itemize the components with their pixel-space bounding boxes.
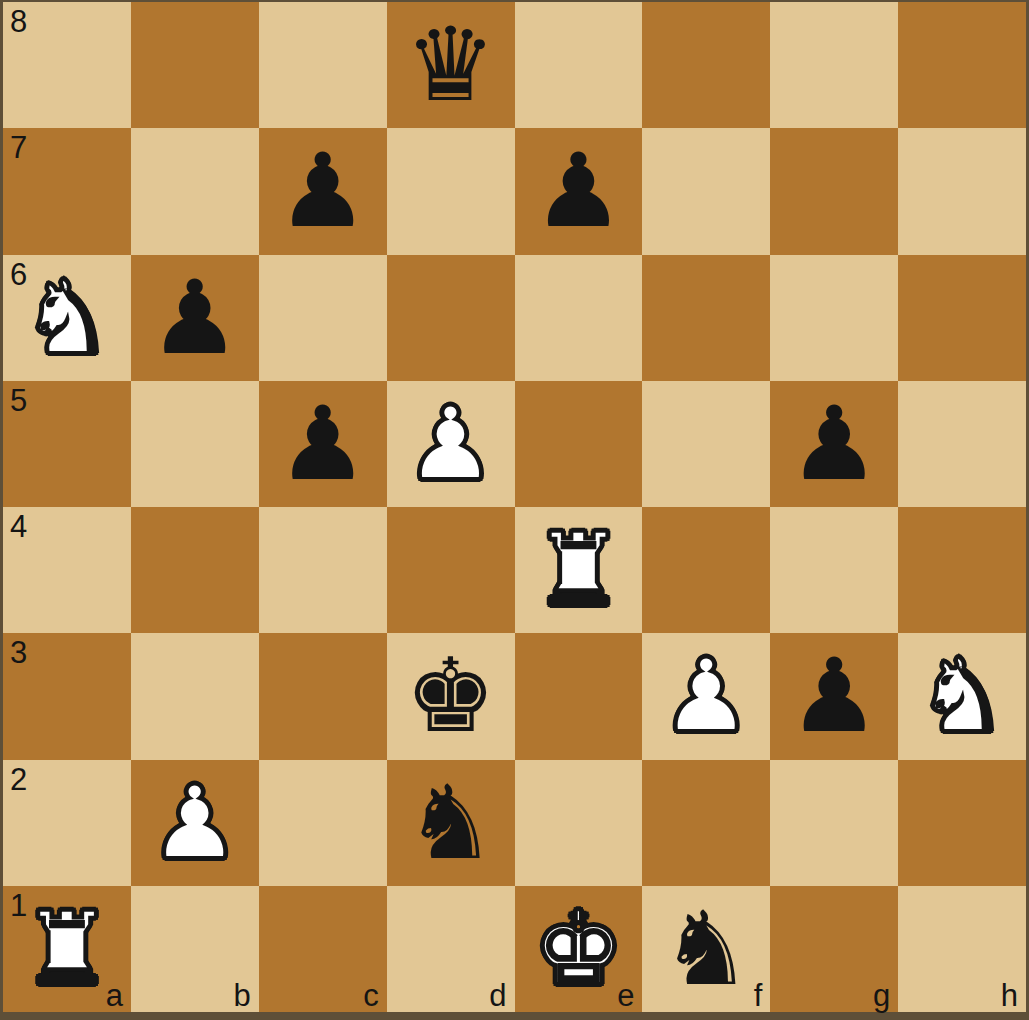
square-c1[interactable]: c — [259, 886, 387, 1012]
square-d7[interactable] — [387, 128, 515, 254]
square-d1[interactable]: d — [387, 886, 515, 1012]
chess-board: 8♛7♟♟6♞♟5♟♟♟4♜3♚♟♟♞2♟♞1a♜bcde♚f♞gh — [3, 2, 1026, 1012]
square-f3[interactable]: ♟ — [642, 633, 770, 759]
black-queen[interactable]: ♛ — [405, 14, 496, 116]
white-knight[interactable]: ♞ — [21, 267, 112, 369]
black-pawn[interactable]: ♟ — [277, 393, 368, 495]
square-g8[interactable] — [770, 2, 898, 128]
square-a2[interactable]: 2 — [3, 760, 131, 886]
rank-label-8: 8 — [10, 4, 27, 40]
square-b2[interactable]: ♟ — [131, 760, 259, 886]
square-c8[interactable] — [259, 2, 387, 128]
square-b8[interactable] — [131, 2, 259, 128]
square-f7[interactable] — [642, 128, 770, 254]
black-knight[interactable]: ♞ — [405, 772, 496, 874]
square-c7[interactable]: ♟ — [259, 128, 387, 254]
file-label-d: d — [489, 978, 506, 1014]
white-knight[interactable]: ♞ — [916, 645, 1007, 747]
square-c2[interactable] — [259, 760, 387, 886]
square-d2[interactable]: ♞ — [387, 760, 515, 886]
square-h5[interactable] — [898, 381, 1026, 507]
white-king[interactable]: ♚ — [533, 898, 624, 1000]
square-f8[interactable] — [642, 2, 770, 128]
file-label-h: h — [1001, 978, 1018, 1014]
square-g5[interactable]: ♟ — [770, 381, 898, 507]
black-pawn[interactable]: ♟ — [277, 140, 368, 242]
square-a1[interactable]: 1a♜ — [3, 886, 131, 1012]
file-label-b: b — [234, 978, 251, 1014]
square-g3[interactable]: ♟ — [770, 633, 898, 759]
black-pawn[interactable]: ♟ — [788, 645, 879, 747]
square-g2[interactable] — [770, 760, 898, 886]
square-g6[interactable] — [770, 255, 898, 381]
square-e2[interactable] — [515, 760, 643, 886]
square-e3[interactable] — [515, 633, 643, 759]
square-a5[interactable]: 5 — [3, 381, 131, 507]
square-b7[interactable] — [131, 128, 259, 254]
square-c4[interactable] — [259, 507, 387, 633]
square-e7[interactable]: ♟ — [515, 128, 643, 254]
square-f4[interactable] — [642, 507, 770, 633]
square-g4[interactable] — [770, 507, 898, 633]
black-pawn[interactable]: ♟ — [533, 140, 624, 242]
square-h7[interactable] — [898, 128, 1026, 254]
square-h3[interactable]: ♞ — [898, 633, 1026, 759]
white-pawn[interactable]: ♟ — [405, 393, 496, 495]
black-pawn[interactable]: ♟ — [149, 267, 240, 369]
square-f5[interactable] — [642, 381, 770, 507]
square-a3[interactable]: 3 — [3, 633, 131, 759]
square-h2[interactable] — [898, 760, 1026, 886]
square-e4[interactable]: ♜ — [515, 507, 643, 633]
square-b4[interactable] — [131, 507, 259, 633]
square-e8[interactable] — [515, 2, 643, 128]
square-a7[interactable]: 7 — [3, 128, 131, 254]
square-d4[interactable] — [387, 507, 515, 633]
square-f2[interactable] — [642, 760, 770, 886]
square-d8[interactable]: ♛ — [387, 2, 515, 128]
rank-label-4: 4 — [10, 509, 27, 545]
rank-label-7: 7 — [10, 130, 27, 166]
white-rook[interactable]: ♜ — [533, 519, 624, 621]
white-pawn[interactable]: ♟ — [149, 772, 240, 874]
white-pawn[interactable]: ♟ — [661, 645, 752, 747]
rank-label-5: 5 — [10, 383, 27, 419]
square-f1[interactable]: f♞ — [642, 886, 770, 1012]
square-b5[interactable] — [131, 381, 259, 507]
square-h4[interactable] — [898, 507, 1026, 633]
square-d3[interactable]: ♚ — [387, 633, 515, 759]
file-label-g: g — [873, 978, 890, 1014]
white-rook[interactable]: ♜ — [21, 898, 112, 1000]
square-e6[interactable] — [515, 255, 643, 381]
square-b3[interactable] — [131, 633, 259, 759]
square-c3[interactable] — [259, 633, 387, 759]
file-label-f: f — [754, 978, 763, 1014]
square-a4[interactable]: 4 — [3, 507, 131, 633]
square-b6[interactable]: ♟ — [131, 255, 259, 381]
black-pawn[interactable]: ♟ — [788, 393, 879, 495]
square-c5[interactable]: ♟ — [259, 381, 387, 507]
square-e5[interactable] — [515, 381, 643, 507]
square-a8[interactable]: 8 — [3, 2, 131, 128]
square-h8[interactable] — [898, 2, 1026, 128]
square-a6[interactable]: 6♞ — [3, 255, 131, 381]
file-label-c: c — [363, 978, 379, 1014]
square-c6[interactable] — [259, 255, 387, 381]
square-e1[interactable]: e♚ — [515, 886, 643, 1012]
square-d5[interactable]: ♟ — [387, 381, 515, 507]
square-g7[interactable] — [770, 128, 898, 254]
rank-label-2: 2 — [10, 762, 27, 798]
rank-label-3: 3 — [10, 635, 27, 671]
square-f6[interactable] — [642, 255, 770, 381]
black-king[interactable]: ♚ — [405, 645, 496, 747]
square-h1[interactable]: h — [898, 886, 1026, 1012]
square-g1[interactable]: g — [770, 886, 898, 1012]
square-d6[interactable] — [387, 255, 515, 381]
square-h6[interactable] — [898, 255, 1026, 381]
black-knight[interactable]: ♞ — [661, 898, 752, 1000]
square-b1[interactable]: b — [131, 886, 259, 1012]
chess-board-frame: 8♛7♟♟6♞♟5♟♟♟4♜3♚♟♟♞2♟♞1a♜bcde♚f♞gh — [0, 0, 1029, 1020]
